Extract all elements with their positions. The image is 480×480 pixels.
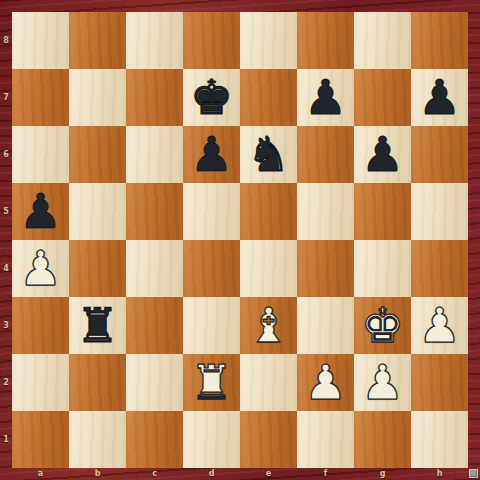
- rank-label-8: 8: [0, 12, 12, 69]
- square-h5[interactable]: [411, 183, 468, 240]
- square-d4[interactable]: [183, 240, 240, 297]
- square-d8[interactable]: [183, 12, 240, 69]
- square-e4[interactable]: [240, 240, 297, 297]
- rank-label-5: 5: [0, 183, 12, 240]
- square-g5[interactable]: [354, 183, 411, 240]
- square-f7[interactable]: ♟: [297, 69, 354, 126]
- square-g4[interactable]: [354, 240, 411, 297]
- rank-label-1: 1: [0, 411, 12, 468]
- square-b1[interactable]: [69, 411, 126, 468]
- file-label-d: d: [183, 468, 240, 480]
- rank-label-4: 4: [0, 240, 12, 297]
- square-d2[interactable]: ♜: [183, 354, 240, 411]
- file-label-g: g: [354, 468, 411, 480]
- square-h4[interactable]: [411, 240, 468, 297]
- square-d3[interactable]: [183, 297, 240, 354]
- square-e7[interactable]: [240, 69, 297, 126]
- piece-black-pawn[interactable]: ♟: [183, 126, 240, 183]
- square-h8[interactable]: [411, 12, 468, 69]
- square-e3[interactable]: ♝: [240, 297, 297, 354]
- square-c2[interactable]: [126, 354, 183, 411]
- square-c6[interactable]: [126, 126, 183, 183]
- square-g8[interactable]: [354, 12, 411, 69]
- piece-black-knight[interactable]: ♞: [240, 126, 297, 183]
- square-f2[interactable]: ♟: [297, 354, 354, 411]
- square-a5[interactable]: ♟: [12, 183, 69, 240]
- square-b7[interactable]: [69, 69, 126, 126]
- rank-labels: 87654321: [0, 12, 12, 468]
- square-d6[interactable]: ♟: [183, 126, 240, 183]
- file-label-e: e: [240, 468, 297, 480]
- square-b4[interactable]: [69, 240, 126, 297]
- square-g6[interactable]: ♟: [354, 126, 411, 183]
- square-f4[interactable]: [297, 240, 354, 297]
- file-labels: abcdefgh: [12, 468, 468, 480]
- square-a3[interactable]: [12, 297, 69, 354]
- square-e8[interactable]: [240, 12, 297, 69]
- piece-white-bishop[interactable]: ♝: [240, 297, 297, 354]
- square-c7[interactable]: [126, 69, 183, 126]
- square-e2[interactable]: [240, 354, 297, 411]
- file-label-f: f: [297, 468, 354, 480]
- square-c1[interactable]: [126, 411, 183, 468]
- square-g1[interactable]: [354, 411, 411, 468]
- square-h2[interactable]: [411, 354, 468, 411]
- square-b3[interactable]: ♜: [69, 297, 126, 354]
- square-e1[interactable]: [240, 411, 297, 468]
- square-b5[interactable]: [69, 183, 126, 240]
- square-a7[interactable]: [12, 69, 69, 126]
- piece-black-pawn[interactable]: ♟: [297, 69, 354, 126]
- square-g3[interactable]: ♚: [354, 297, 411, 354]
- square-a6[interactable]: [12, 126, 69, 183]
- rank-label-7: 7: [0, 69, 12, 126]
- square-b2[interactable]: [69, 354, 126, 411]
- resize-handle-icon[interactable]: [469, 469, 478, 478]
- square-e6[interactable]: ♞: [240, 126, 297, 183]
- chess-board: ♚♟♟♟♞♟♟♟♜♝♚♟♜♟♟: [12, 12, 468, 468]
- square-e5[interactable]: [240, 183, 297, 240]
- square-a4[interactable]: ♟: [12, 240, 69, 297]
- square-b8[interactable]: [69, 12, 126, 69]
- piece-white-pawn[interactable]: ♟: [411, 297, 468, 354]
- square-b6[interactable]: [69, 126, 126, 183]
- rank-label-3: 3: [0, 297, 12, 354]
- square-f6[interactable]: [297, 126, 354, 183]
- piece-black-pawn[interactable]: ♟: [12, 183, 69, 240]
- square-c4[interactable]: [126, 240, 183, 297]
- square-h7[interactable]: ♟: [411, 69, 468, 126]
- square-g2[interactable]: ♟: [354, 354, 411, 411]
- rank-label-6: 6: [0, 126, 12, 183]
- piece-black-king[interactable]: ♚: [183, 69, 240, 126]
- piece-black-rook[interactable]: ♜: [69, 297, 126, 354]
- square-a8[interactable]: [12, 12, 69, 69]
- square-a1[interactable]: [12, 411, 69, 468]
- square-g7[interactable]: [354, 69, 411, 126]
- file-label-b: b: [69, 468, 126, 480]
- square-h1[interactable]: [411, 411, 468, 468]
- square-c8[interactable]: [126, 12, 183, 69]
- square-d7[interactable]: ♚: [183, 69, 240, 126]
- square-d1[interactable]: [183, 411, 240, 468]
- square-f8[interactable]: [297, 12, 354, 69]
- square-f1[interactable]: [297, 411, 354, 468]
- square-a2[interactable]: [12, 354, 69, 411]
- square-c5[interactable]: [126, 183, 183, 240]
- piece-white-rook[interactable]: ♜: [183, 354, 240, 411]
- file-label-c: c: [126, 468, 183, 480]
- rank-label-2: 2: [0, 354, 12, 411]
- square-c3[interactable]: [126, 297, 183, 354]
- chessboard-window: 87654321 abcdefgh ♚♟♟♟♞♟♟♟♜♝♚♟♜♟♟: [0, 0, 480, 480]
- piece-white-pawn[interactable]: ♟: [354, 354, 411, 411]
- piece-white-pawn[interactable]: ♟: [12, 240, 69, 297]
- square-f3[interactable]: [297, 297, 354, 354]
- file-label-h: h: [411, 468, 468, 480]
- square-f5[interactable]: [297, 183, 354, 240]
- piece-white-king[interactable]: ♚: [354, 297, 411, 354]
- square-h3[interactable]: ♟: [411, 297, 468, 354]
- piece-black-pawn[interactable]: ♟: [411, 69, 468, 126]
- file-label-a: a: [12, 468, 69, 480]
- square-d5[interactable]: [183, 183, 240, 240]
- piece-white-pawn[interactable]: ♟: [297, 354, 354, 411]
- piece-black-pawn[interactable]: ♟: [354, 126, 411, 183]
- square-h6[interactable]: [411, 126, 468, 183]
